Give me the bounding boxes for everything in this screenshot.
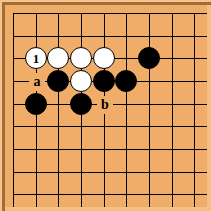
white-stone: [47, 47, 69, 69]
board-frame-top: [2, 2, 211, 5]
grid-line-horizontal: [13, 13, 207, 14]
black-stone: [25, 93, 47, 115]
grid-line-horizontal: [13, 194, 207, 195]
grid-line-horizontal: [13, 149, 207, 150]
black-stone: [93, 70, 115, 92]
white-stone: [70, 47, 92, 69]
black-stone: [47, 70, 69, 92]
grid-line-horizontal: [13, 126, 207, 127]
grid-line-horizontal: [13, 172, 207, 173]
grid-line-vertical: [194, 13, 195, 207]
grid-line-vertical: [172, 13, 173, 207]
point-label-b: b: [97, 96, 113, 114]
white-stone: [93, 47, 115, 69]
board-edge-strip-bottom: [0, 207, 211, 211]
point-label-a: a: [29, 73, 45, 91]
grid-line-vertical: [13, 13, 14, 207]
black-stone: [115, 70, 137, 92]
black-stone: [70, 93, 92, 115]
grid-line-horizontal: [13, 36, 207, 37]
white-stone: [70, 70, 92, 92]
grid-line-vertical: [149, 13, 150, 207]
board-edge-strip-right: [207, 0, 211, 211]
board-frame-left: [2, 2, 5, 211]
grid-line-vertical: [58, 13, 59, 207]
go-board-diagram: 1 ab: [0, 0, 211, 211]
black-stone: [138, 47, 160, 69]
grid-line-vertical: [126, 13, 127, 207]
white-stone-numbered: 1: [25, 47, 47, 69]
